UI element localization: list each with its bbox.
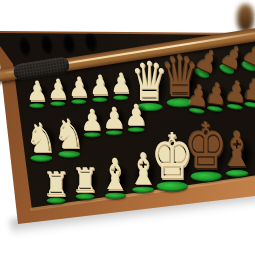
empty-piece-slot (37, 30, 57, 60)
white-knight-glyph: ♞ (24, 119, 59, 162)
white-rook-glyph: ♜ (41, 168, 72, 204)
white-bishop: ♝ (99, 165, 132, 199)
white-rook: ♜ (41, 172, 72, 204)
white-knight: ♞ (24, 126, 59, 162)
white-pawn: ♟ (25, 82, 49, 108)
empty-piece-slot (58, 29, 79, 59)
chess-case-photo: ♟♟♟♟♟♛♛♟♟♟♟♟♟♞♞♟♟♟♟♜♜♝♝♚♚♝ (0, 0, 255, 255)
white-pawn-glyph: ♟ (25, 79, 49, 108)
empty-piece-slot (15, 32, 35, 62)
